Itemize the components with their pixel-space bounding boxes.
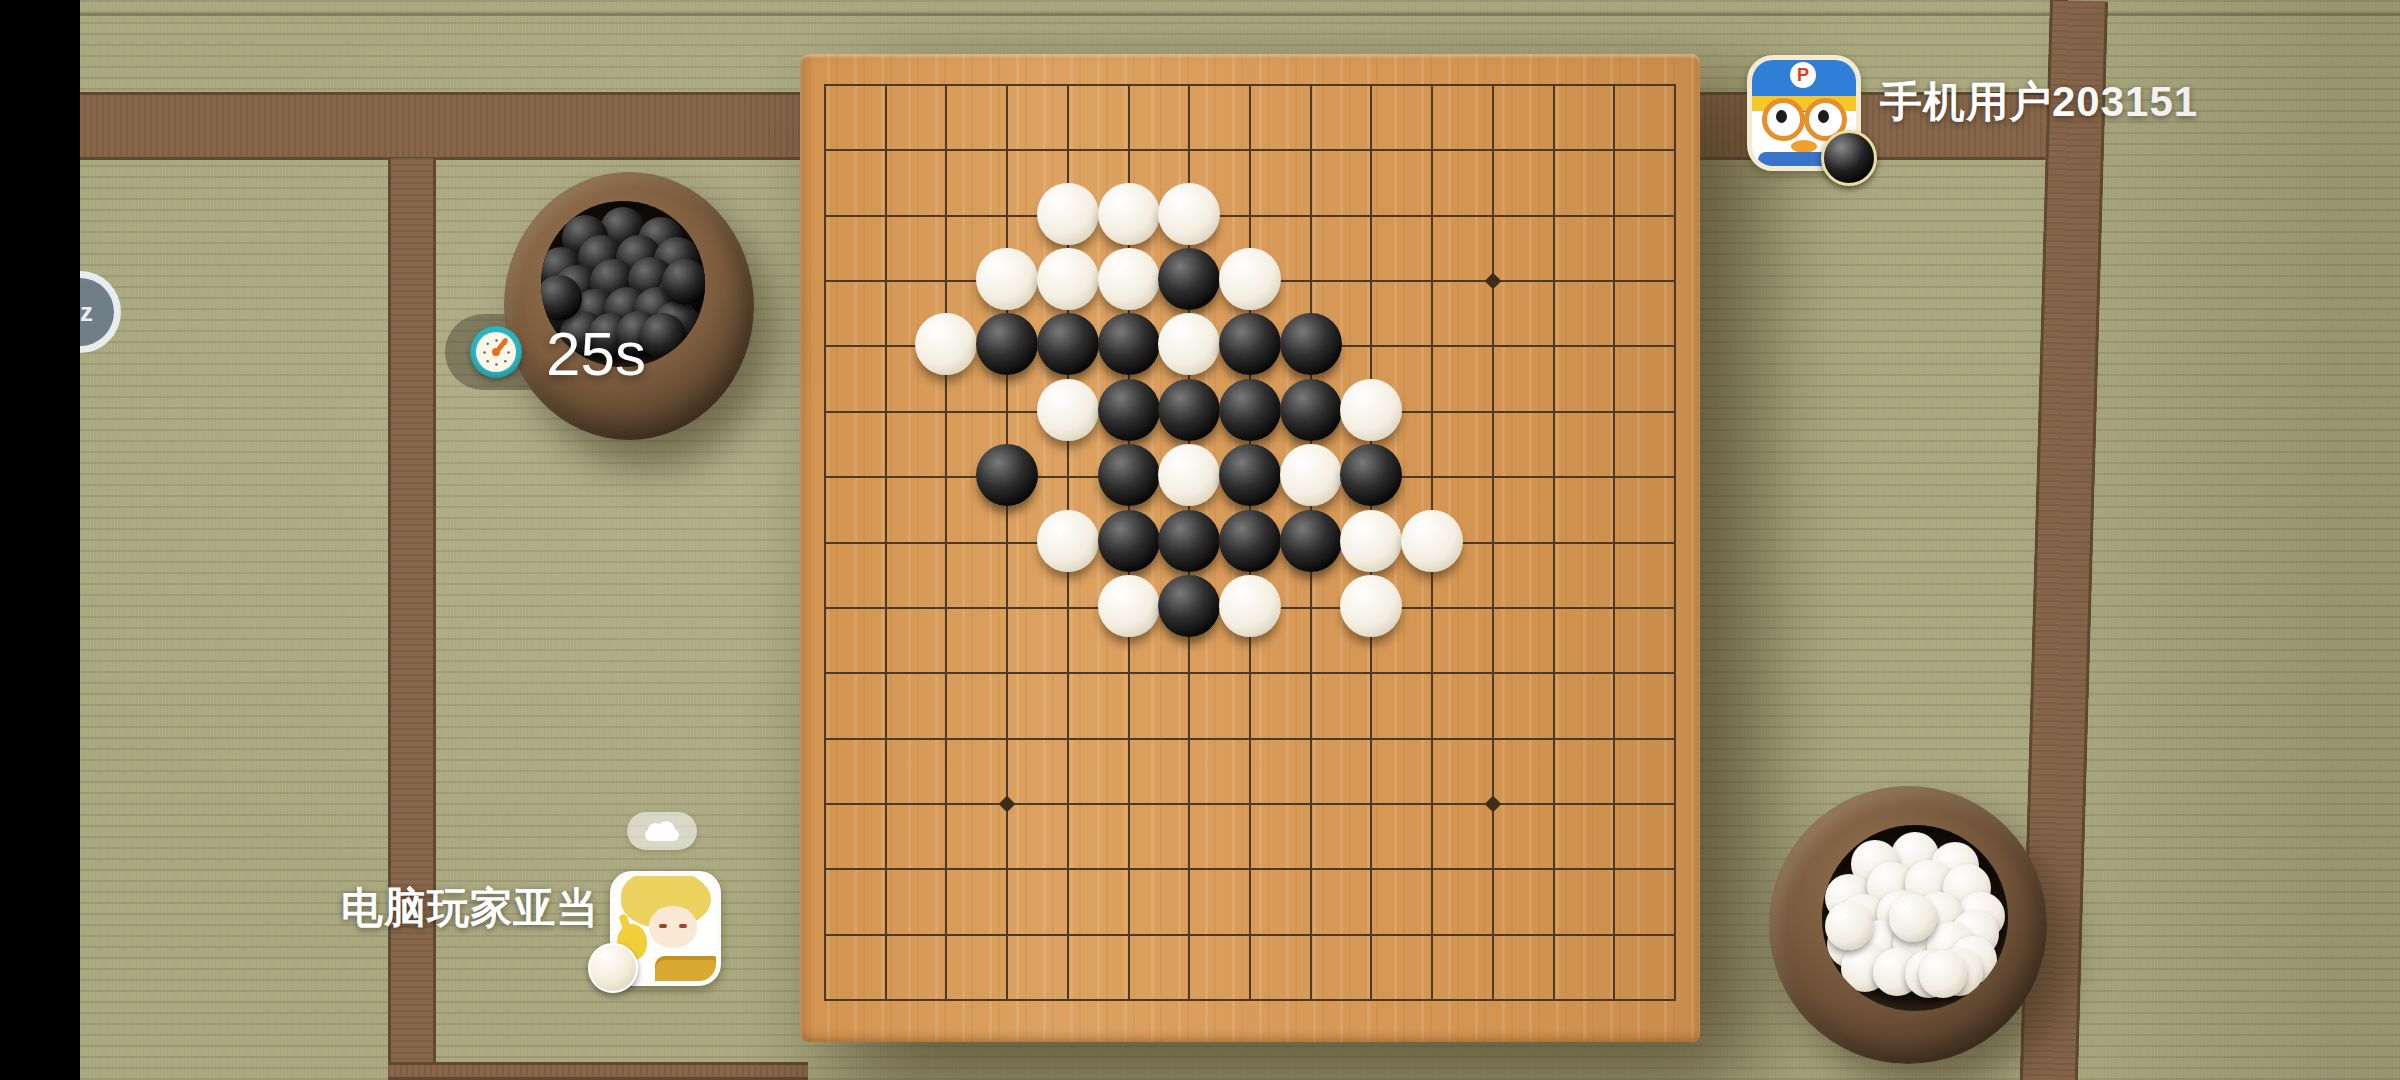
stone-black bbox=[1219, 510, 1281, 572]
stone-white bbox=[1340, 510, 1402, 572]
grid-line-v bbox=[1492, 84, 1494, 1001]
stone-black bbox=[1158, 575, 1220, 637]
stone-black bbox=[1098, 510, 1160, 572]
black-stone-bowl bbox=[504, 172, 754, 440]
grid-line-v bbox=[1553, 84, 1555, 1001]
stone-white bbox=[915, 313, 977, 375]
grid-line-h bbox=[824, 738, 1676, 740]
stone-white bbox=[1219, 575, 1281, 637]
tatami-band-bottom bbox=[388, 1062, 808, 1080]
stone-white bbox=[1401, 510, 1463, 572]
anime-face bbox=[649, 906, 697, 948]
stone-black bbox=[1280, 313, 1342, 375]
white-bowl-opening bbox=[1822, 825, 2008, 1011]
stone-black bbox=[1098, 379, 1160, 441]
grid-line-v bbox=[1613, 84, 1615, 1001]
tatami-seam bbox=[0, 13, 2400, 16]
stone-white bbox=[1158, 444, 1220, 506]
stone-black bbox=[1098, 313, 1160, 375]
cloud-icon bbox=[645, 821, 679, 841]
stone-white bbox=[1098, 575, 1160, 637]
stone-black bbox=[1280, 379, 1342, 441]
stone-black bbox=[1037, 313, 1099, 375]
star-point bbox=[1484, 795, 1501, 812]
stone-white bbox=[1098, 248, 1160, 310]
bowl-stone-black bbox=[662, 259, 705, 305]
stone-white bbox=[1280, 444, 1342, 506]
stone-white bbox=[976, 248, 1038, 310]
stone-black bbox=[1219, 379, 1281, 441]
stone-white bbox=[1037, 183, 1099, 245]
stone-white bbox=[1037, 248, 1099, 310]
stone-white bbox=[1340, 575, 1402, 637]
bowl-stone-white bbox=[1919, 950, 1967, 998]
stone-black bbox=[1280, 510, 1342, 572]
white-side-badge bbox=[588, 943, 638, 993]
alarm-clock-icon bbox=[470, 326, 522, 378]
grid-line-v bbox=[1674, 84, 1676, 1001]
gomoku-board[interactable] bbox=[800, 54, 1700, 1042]
bowl-stone-white bbox=[1889, 894, 1937, 942]
chat-bubble-button[interactable] bbox=[627, 812, 697, 850]
grid-line-h bbox=[824, 999, 1676, 1001]
pororo-hat-letter: P bbox=[1790, 62, 1816, 88]
stone-black bbox=[1098, 444, 1160, 506]
player-bottom-name: 电脑玩家亚当 bbox=[341, 880, 599, 936]
grid-line-h bbox=[824, 868, 1676, 870]
stone-white bbox=[1219, 248, 1281, 310]
stone-white bbox=[1037, 510, 1099, 572]
star-point bbox=[1484, 273, 1501, 290]
stone-white bbox=[1158, 183, 1220, 245]
gold-collar bbox=[655, 956, 717, 982]
stone-black bbox=[1219, 444, 1281, 506]
stone-white bbox=[1158, 313, 1220, 375]
grid-line-h bbox=[824, 934, 1676, 936]
star-point bbox=[999, 795, 1016, 812]
stone-black bbox=[1158, 510, 1220, 572]
stone-black bbox=[1219, 313, 1281, 375]
stone-black bbox=[1340, 444, 1402, 506]
bowl-stone-black bbox=[640, 313, 686, 359]
tatami-band-vertical-left bbox=[388, 158, 436, 1080]
stone-black bbox=[976, 444, 1038, 506]
notch-black-bar bbox=[0, 0, 80, 1080]
stone-white bbox=[1037, 379, 1099, 441]
bowl-stone-white bbox=[1825, 902, 1873, 950]
game-scene: 25s P 手机用户203151 电脑玩家亚当 zz bbox=[0, 0, 2400, 1080]
white-stone-bowl bbox=[1769, 786, 2047, 1064]
black-side-badge bbox=[1821, 130, 1877, 186]
stone-black bbox=[1158, 248, 1220, 310]
stone-white bbox=[1340, 379, 1402, 441]
timer-countdown: 25s bbox=[546, 322, 646, 386]
grid-line-h bbox=[824, 803, 1676, 805]
stone-white bbox=[1098, 183, 1160, 245]
stone-black bbox=[976, 313, 1038, 375]
stone-black bbox=[1158, 379, 1220, 441]
grid-line-h bbox=[824, 672, 1676, 674]
player-top-name: 手机用户203151 bbox=[1880, 74, 2198, 130]
